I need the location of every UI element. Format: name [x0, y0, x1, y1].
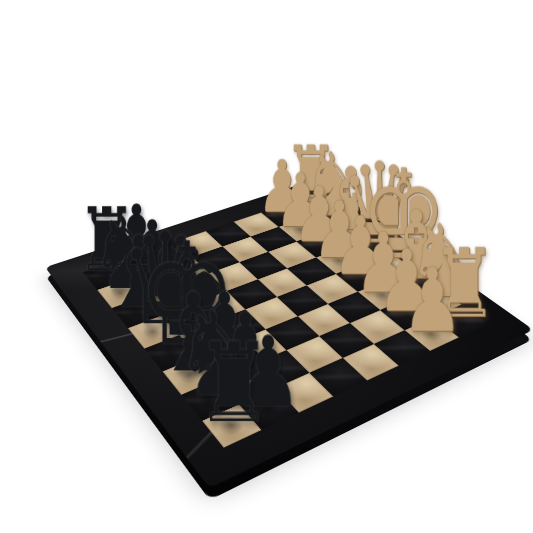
square-h8: ♜	[201, 403, 261, 447]
chess-set-scene: ♜♞♝♛♚♝♞♜♟♟♟♟♟♟♟♟♟♟♟♟♟♟♟♟♜♞♝♛♚♝♞♜	[0, 0, 533, 533]
square-h2: ♟	[404, 316, 459, 350]
board-frame: ♜♞♝♛♚♝♞♜♟♟♟♟♟♟♟♟♟♟♟♟♟♟♟♟♜♞♝♛♚♝♞♜	[45, 178, 533, 488]
board-3d-assembly: ♜♞♝♛♚♝♞♜♟♟♟♟♟♟♟♟♟♟♟♟♟♟♟♟♜♞♝♛♚♝♞♜	[45, 178, 533, 488]
piece-black-rook: ♜	[195, 333, 230, 434]
piece-white-pawn: ♟	[401, 259, 431, 340]
product-photo-canvas: ♜♞♝♛♚♝♞♜♟♟♟♟♟♟♟♟♟♟♟♟♟♟♟♟♜♞♝♛♚♝♞♜	[0, 0, 533, 533]
